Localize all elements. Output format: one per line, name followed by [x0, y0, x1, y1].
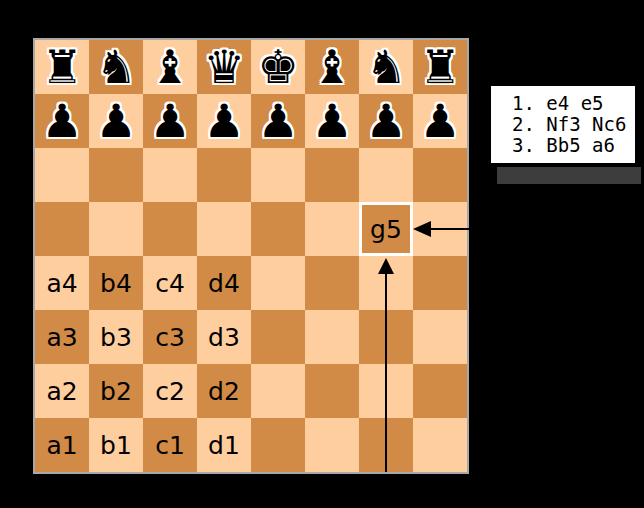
square-d5 — [197, 202, 251, 256]
square-d1: d1 — [197, 418, 251, 472]
piece-black-knight: ♞ — [365, 40, 406, 94]
square-f7: ♟ — [305, 94, 359, 148]
piece-black-queen: ♛ — [203, 40, 244, 94]
square-f3 — [305, 310, 359, 364]
square-label-d4: d4 — [208, 269, 240, 298]
square-a6 — [35, 148, 89, 202]
square-e7: ♟ — [251, 94, 305, 148]
arrow-up-icon — [378, 258, 394, 274]
square-label-a1: a1 — [46, 431, 77, 460]
piece-black-pawn: ♟ — [149, 94, 190, 148]
square-a8: ♜ — [35, 40, 89, 94]
square-c6 — [143, 148, 197, 202]
square-d2: d2 — [197, 364, 251, 418]
square-d8: ♛ — [197, 40, 251, 94]
square-b7: ♟ — [89, 94, 143, 148]
square-h8: ♜ — [413, 40, 467, 94]
piece-black-pawn: ♟ — [365, 94, 406, 148]
piece-black-rook: ♜ — [41, 40, 82, 94]
piece-black-bishop: ♝ — [149, 40, 190, 94]
square-e8: ♚ — [251, 40, 305, 94]
square-h6 — [413, 148, 467, 202]
square-d3: d3 — [197, 310, 251, 364]
square-g6 — [359, 148, 413, 202]
square-label-a3: a3 — [46, 323, 77, 352]
piece-black-pawn: ♟ — [203, 94, 244, 148]
square-f2 — [305, 364, 359, 418]
square-b8: ♞ — [89, 40, 143, 94]
move-line-3: 3. Bb5 a6 — [491, 135, 635, 156]
square-label-d3: d3 — [208, 323, 240, 352]
square-h2 — [413, 364, 467, 418]
square-c2: c2 — [143, 364, 197, 418]
piece-black-pawn: ♟ — [419, 94, 460, 148]
arrow-to-g5-vertical-line — [385, 274, 387, 472]
square-e3 — [251, 310, 305, 364]
square-c5 — [143, 202, 197, 256]
square-label-b3: b3 — [100, 323, 132, 352]
piece-black-bishop: ♝ — [311, 40, 352, 94]
square-b5 — [89, 202, 143, 256]
arrow-to-g5-horizontal-line — [431, 228, 644, 230]
square-a4: a4 — [35, 256, 89, 310]
square-d4: d4 — [197, 256, 251, 310]
square-label-a2: a2 — [46, 377, 77, 406]
square-g7: ♟ — [359, 94, 413, 148]
board-grid: ♜♞♝♛♚♝♞♜♟♟♟♟♟♟♟♟g5a4b4c4d4a3b3c3d3a2b2c2… — [35, 40, 467, 472]
square-f1 — [305, 418, 359, 472]
square-e6 — [251, 148, 305, 202]
square-b3: b3 — [89, 310, 143, 364]
square-a2: a2 — [35, 364, 89, 418]
square-b2: b2 — [89, 364, 143, 418]
square-h1 — [413, 418, 467, 472]
square-label-d2: d2 — [208, 377, 240, 406]
move-list-box: 1. e4 e5 2. Nf3 Nc6 3. Bb5 a6 — [491, 86, 635, 163]
piece-black-pawn: ♟ — [257, 94, 298, 148]
square-d7: ♟ — [197, 94, 251, 148]
piece-black-pawn: ♟ — [41, 94, 82, 148]
square-f5 — [305, 202, 359, 256]
square-f6 — [305, 148, 359, 202]
square-label-c3: c3 — [155, 323, 185, 352]
square-g5: g5 — [359, 202, 413, 256]
square-e5 — [251, 202, 305, 256]
square-a3: a3 — [35, 310, 89, 364]
square-label-b1: b1 — [100, 431, 132, 460]
move-line-2: 2. Nf3 Nc6 — [491, 114, 635, 135]
square-c7: ♟ — [143, 94, 197, 148]
piece-black-king: ♚ — [257, 40, 298, 94]
square-g8: ♞ — [359, 40, 413, 94]
move-list-shadow — [497, 167, 641, 184]
square-h7: ♟ — [413, 94, 467, 148]
square-b1: b1 — [89, 418, 143, 472]
square-label-c4: c4 — [155, 269, 185, 298]
square-e1 — [251, 418, 305, 472]
square-b4: b4 — [89, 256, 143, 310]
square-label-a4: a4 — [46, 269, 77, 298]
square-a1: a1 — [35, 418, 89, 472]
piece-black-pawn: ♟ — [311, 94, 352, 148]
arrow-left-icon — [413, 221, 431, 237]
square-h4 — [413, 256, 467, 310]
chess-board: ♜♞♝♛♚♝♞♜♟♟♟♟♟♟♟♟g5a4b4c4d4a3b3c3d3a2b2c2… — [33, 38, 469, 474]
square-f8: ♝ — [305, 40, 359, 94]
square-a7: ♟ — [35, 94, 89, 148]
square-label-c1: c1 — [155, 431, 185, 460]
square-label-d1: d1 — [208, 431, 240, 460]
square-label-b4: b4 — [100, 269, 132, 298]
square-b6 — [89, 148, 143, 202]
square-a5 — [35, 202, 89, 256]
square-e4 — [251, 256, 305, 310]
square-e2 — [251, 364, 305, 418]
move-line-1: 1. e4 e5 — [491, 93, 635, 114]
piece-black-rook: ♜ — [419, 40, 460, 94]
square-d6 — [197, 148, 251, 202]
square-c1: c1 — [143, 418, 197, 472]
square-h3 — [413, 310, 467, 364]
square-c3: c3 — [143, 310, 197, 364]
square-label-b2: b2 — [100, 377, 132, 406]
square-label-g5: g5 — [370, 215, 402, 244]
square-c8: ♝ — [143, 40, 197, 94]
piece-black-knight: ♞ — [95, 40, 136, 94]
square-c4: c4 — [143, 256, 197, 310]
square-label-c2: c2 — [155, 377, 185, 406]
piece-black-pawn: ♟ — [95, 94, 136, 148]
square-f4 — [305, 256, 359, 310]
